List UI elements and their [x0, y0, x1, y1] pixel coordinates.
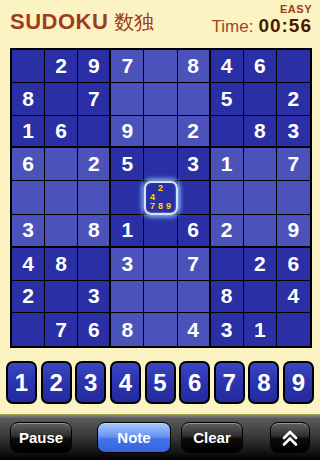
cell-r8c5[interactable] [144, 281, 177, 314]
clear-button[interactable]: Clear [181, 422, 243, 453]
double-chevron-up-icon [280, 429, 300, 447]
cell-r8c2[interactable] [45, 281, 78, 314]
pencil-mark-8: 8 [156, 202, 164, 211]
pencil-marks: 24789 [144, 181, 176, 214]
cell-r8c7[interactable]: 8 [211, 281, 244, 314]
numpad-button-5[interactable]: 5 [145, 361, 176, 404]
cell-r6c5[interactable] [144, 215, 177, 248]
cell-r3c6[interactable]: 2 [178, 116, 211, 149]
cell-r2c6[interactable] [178, 83, 211, 116]
cell-r1c1[interactable] [12, 50, 45, 83]
cell-r5c6[interactable] [178, 181, 211, 215]
cell-r7c9[interactable]: 6 [277, 248, 310, 281]
numpad-button-3[interactable]: 3 [75, 361, 106, 404]
cell-r7c6[interactable]: 7 [178, 248, 211, 281]
cell-r3c1[interactable]: 1 [12, 116, 45, 149]
cell-r8c6[interactable] [178, 281, 211, 314]
cell-r9c1[interactable] [12, 313, 45, 346]
cell-r7c7[interactable] [211, 248, 244, 281]
cell-r9c2[interactable]: 7 [45, 313, 78, 346]
cell-r6c4[interactable]: 1 [111, 215, 144, 248]
header: SUDOKU 数独 EASY Time: 00:56 [0, 0, 320, 46]
cell-r2c2[interactable] [45, 83, 78, 116]
number-pad: 123456789 [6, 361, 314, 404]
cell-r1c6[interactable]: 8 [178, 50, 211, 83]
cell-r7c2[interactable]: 8 [45, 248, 78, 281]
numpad-button-1[interactable]: 1 [6, 361, 37, 404]
cell-r5c2[interactable] [45, 181, 78, 215]
cell-r5c7[interactable] [211, 181, 244, 215]
cell-r7c1[interactable]: 4 [12, 248, 45, 281]
cell-r3c5[interactable] [144, 116, 177, 149]
cell-r4c4[interactable]: 5 [111, 148, 144, 181]
cell-r2c5[interactable] [144, 83, 177, 116]
cell-r1c5[interactable] [144, 50, 177, 83]
cell-r7c3[interactable] [78, 248, 111, 281]
cell-r2c1[interactable]: 8 [12, 83, 45, 116]
cell-r6c6[interactable]: 6 [178, 215, 211, 248]
cell-r9c4[interactable]: 8 [111, 313, 144, 346]
cell-r2c8[interactable] [244, 83, 277, 116]
time-value: 00:56 [258, 15, 312, 37]
cell-r2c4[interactable] [111, 83, 144, 116]
timer: Time: 00:56 [212, 15, 312, 37]
cell-r4c8[interactable] [244, 148, 277, 181]
cell-r6c2[interactable] [45, 215, 78, 248]
numpad-button-6[interactable]: 6 [179, 361, 210, 404]
cell-r3c9[interactable]: 3 [277, 116, 310, 149]
cell-r8c3[interactable]: 3 [78, 281, 111, 314]
pencil-mark-3 [165, 184, 173, 193]
collapse-toolbar-button[interactable] [270, 422, 310, 453]
cell-r9c5[interactable] [144, 313, 177, 346]
cell-r4c1[interactable]: 6 [12, 148, 45, 181]
cell-r2c3[interactable]: 7 [78, 83, 111, 116]
cell-r4c9[interactable]: 7 [277, 148, 310, 181]
status-area: EASY Time: 00:56 [212, 2, 312, 37]
cell-r2c7[interactable]: 5 [211, 83, 244, 116]
cell-r1c4[interactable]: 7 [111, 50, 144, 83]
cell-r5c1[interactable] [12, 181, 45, 215]
cell-r1c9[interactable] [277, 50, 310, 83]
cell-r9c7[interactable]: 3 [211, 313, 244, 346]
cell-r5c8[interactable] [244, 181, 277, 215]
cell-r9c3[interactable]: 6 [78, 313, 111, 346]
difficulty-badge: EASY [280, 3, 312, 15]
cell-r3c3[interactable] [78, 116, 111, 149]
note-button[interactable]: Note [97, 422, 171, 453]
cell-r9c9[interactable] [277, 313, 310, 346]
cell-r5c4[interactable] [111, 181, 144, 215]
cell-r1c3[interactable]: 9 [78, 50, 111, 83]
cell-r3c2[interactable]: 6 [45, 116, 78, 149]
cell-r7c4[interactable]: 3 [111, 248, 144, 281]
app-title-cjk: 数独 [114, 9, 154, 36]
cell-r6c3[interactable]: 8 [78, 215, 111, 248]
numpad-button-7[interactable]: 7 [214, 361, 245, 404]
numpad-button-8[interactable]: 8 [248, 361, 279, 404]
cell-r6c8[interactable] [244, 215, 277, 248]
cell-r3c4[interactable]: 9 [111, 116, 144, 149]
pause-button[interactable]: Pause [10, 422, 72, 453]
cell-r1c7[interactable]: 4 [211, 50, 244, 83]
numpad-button-9[interactable]: 9 [283, 361, 314, 404]
cell-r7c5[interactable] [144, 248, 177, 281]
cell-r3c8[interactable]: 8 [244, 116, 277, 149]
cell-r8c8[interactable] [244, 281, 277, 314]
time-label: Time: [212, 17, 254, 37]
cell-r1c2[interactable]: 2 [45, 50, 78, 83]
pencil-mark-2: 2 [156, 184, 164, 193]
cell-r2c9[interactable]: 2 [277, 83, 310, 116]
cell-r5c5[interactable]: 24789 [144, 181, 177, 215]
cell-r4c2[interactable] [45, 148, 78, 181]
cell-r6c7[interactable]: 2 [211, 215, 244, 248]
bottom-toolbar: Pause Note Clear [0, 414, 320, 460]
pencil-mark-9: 9 [165, 202, 173, 211]
cell-r4c3[interactable]: 2 [78, 148, 111, 181]
cell-r9c8[interactable]: 1 [244, 313, 277, 346]
numpad-button-4[interactable]: 4 [110, 361, 141, 404]
cell-r5c3[interactable] [78, 181, 111, 215]
cell-r8c9[interactable]: 4 [277, 281, 310, 314]
cell-r4c5[interactable] [144, 148, 177, 181]
cell-r8c4[interactable] [111, 281, 144, 314]
cell-r4c7[interactable]: 1 [211, 148, 244, 181]
cell-r9c6[interactable]: 4 [178, 313, 211, 346]
cell-r5c9[interactable] [277, 181, 310, 215]
pencil-mark-7: 7 [148, 202, 156, 211]
cell-r6c9[interactable]: 9 [277, 215, 310, 248]
sudoku-board: 2978468752169283625317247893816294837262… [10, 48, 312, 348]
cell-r4c6[interactable]: 3 [178, 148, 211, 181]
cell-r8c1[interactable]: 2 [12, 281, 45, 314]
app-title: SUDOKU 数独 [10, 9, 154, 36]
cell-r1c8[interactable]: 6 [244, 50, 277, 83]
cell-r7c8[interactable]: 2 [244, 248, 277, 281]
cell-r3c7[interactable] [211, 116, 244, 149]
cell-r6c1[interactable]: 3 [12, 215, 45, 248]
app-title-latin: SUDOKU [10, 9, 108, 35]
numpad-button-2[interactable]: 2 [41, 361, 72, 404]
